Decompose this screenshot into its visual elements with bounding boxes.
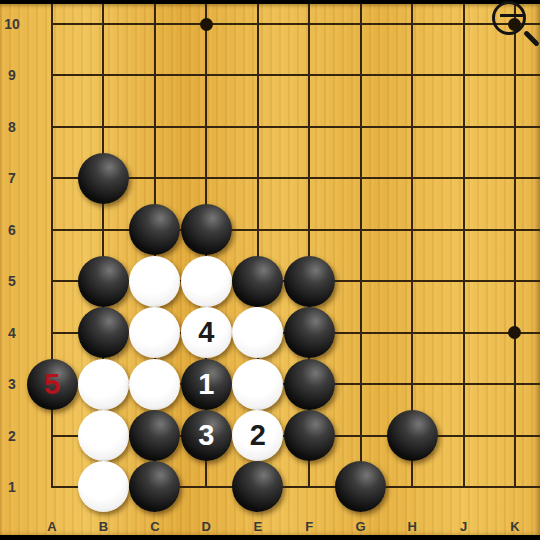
intersection-B6[interactable] bbox=[81, 208, 125, 252]
row-label-4: 4 bbox=[0, 324, 24, 342]
intersection-H8[interactable] bbox=[390, 105, 434, 149]
intersection-F6[interactable] bbox=[287, 208, 331, 252]
stone-B5[interactable] bbox=[78, 256, 129, 307]
intersection-F9[interactable] bbox=[287, 53, 331, 97]
col-label-A: A bbox=[37, 518, 67, 536]
intersection-H9[interactable] bbox=[390, 53, 434, 97]
intersection-F10[interactable] bbox=[287, 2, 331, 46]
intersection-B8[interactable] bbox=[81, 105, 125, 149]
intersection-A9[interactable] bbox=[30, 53, 74, 97]
intersection-G8[interactable] bbox=[339, 105, 383, 149]
row-label-5: 5 bbox=[0, 272, 24, 290]
intersection-K8[interactable] bbox=[493, 105, 537, 149]
intersection-F1[interactable] bbox=[287, 465, 331, 509]
intersection-G10[interactable] bbox=[339, 2, 383, 46]
row-label-7: 7 bbox=[0, 169, 24, 187]
intersection-H1[interactable] bbox=[390, 465, 434, 509]
row-label-6: 6 bbox=[0, 221, 24, 239]
intersection-J6[interactable] bbox=[442, 208, 486, 252]
intersection-A10[interactable] bbox=[30, 2, 74, 46]
col-label-J: J bbox=[449, 518, 479, 536]
intersection-H5[interactable] bbox=[390, 259, 434, 303]
intersection-H10[interactable] bbox=[390, 2, 434, 46]
intersection-E7[interactable] bbox=[236, 156, 280, 200]
stone-D4[interactable]: 4 bbox=[181, 307, 232, 358]
intersection-B10[interactable] bbox=[81, 2, 125, 46]
intersection-A4[interactable] bbox=[30, 311, 74, 355]
stone-B4[interactable] bbox=[78, 307, 129, 358]
stone-B7[interactable] bbox=[78, 153, 129, 204]
intersection-J7[interactable] bbox=[442, 156, 486, 200]
stone-A3[interactable]: 5 bbox=[27, 359, 78, 410]
intersection-J4[interactable] bbox=[442, 311, 486, 355]
row-label-8: 8 bbox=[0, 118, 24, 136]
intersection-J9[interactable] bbox=[442, 53, 486, 97]
intersection-D9[interactable] bbox=[184, 53, 228, 97]
intersection-K6[interactable] bbox=[493, 208, 537, 252]
stone-C5[interactable] bbox=[129, 256, 180, 307]
stone-H2[interactable] bbox=[387, 410, 438, 461]
intersection-A6[interactable] bbox=[30, 208, 74, 252]
stone-D6[interactable] bbox=[181, 204, 232, 255]
stone-E3[interactable] bbox=[232, 359, 283, 410]
intersection-E10[interactable] bbox=[236, 2, 280, 46]
intersection-K4[interactable] bbox=[493, 311, 537, 355]
row-label-9: 9 bbox=[0, 66, 24, 84]
row-label-10: 10 bbox=[0, 15, 24, 33]
intersection-A5[interactable] bbox=[30, 259, 74, 303]
col-label-K: K bbox=[500, 518, 530, 536]
intersection-K3[interactable] bbox=[493, 362, 537, 406]
stone-D2[interactable]: 3 bbox=[181, 410, 232, 461]
intersection-G2[interactable] bbox=[339, 414, 383, 458]
intersection-B9[interactable] bbox=[81, 53, 125, 97]
col-label-H: H bbox=[397, 518, 427, 536]
intersection-G6[interactable] bbox=[339, 208, 383, 252]
row-label-2: 2 bbox=[0, 427, 24, 445]
intersection-K1[interactable] bbox=[493, 465, 537, 509]
magnifier-minus-icon bbox=[500, 14, 523, 17]
stone-C3[interactable] bbox=[129, 359, 180, 410]
stone-F3[interactable] bbox=[284, 359, 335, 410]
intersection-H4[interactable] bbox=[390, 311, 434, 355]
intersection-C7[interactable] bbox=[133, 156, 177, 200]
stone-E2[interactable]: 2 bbox=[232, 410, 283, 461]
intersection-J8[interactable] bbox=[442, 105, 486, 149]
intersection-D1[interactable] bbox=[184, 465, 228, 509]
intersection-A7[interactable] bbox=[30, 156, 74, 200]
col-label-G: G bbox=[346, 518, 376, 536]
intersection-K7[interactable] bbox=[493, 156, 537, 200]
intersection-G3[interactable] bbox=[339, 362, 383, 406]
intersection-E6[interactable] bbox=[236, 208, 280, 252]
col-label-F: F bbox=[294, 518, 324, 536]
intersection-A1[interactable] bbox=[30, 465, 74, 509]
intersection-C9[interactable] bbox=[133, 53, 177, 97]
intersection-J5[interactable] bbox=[442, 259, 486, 303]
intersection-H7[interactable] bbox=[390, 156, 434, 200]
col-label-B: B bbox=[88, 518, 118, 536]
intersection-E9[interactable] bbox=[236, 53, 280, 97]
row-label-1: 1 bbox=[0, 478, 24, 496]
intersection-F8[interactable] bbox=[287, 105, 331, 149]
intersection-K9[interactable] bbox=[493, 53, 537, 97]
intersection-J10[interactable] bbox=[442, 2, 486, 46]
intersection-G4[interactable] bbox=[339, 311, 383, 355]
intersection-G5[interactable] bbox=[339, 259, 383, 303]
intersection-D7[interactable] bbox=[184, 156, 228, 200]
intersection-G9[interactable] bbox=[339, 53, 383, 97]
intersection-D10[interactable] bbox=[184, 2, 228, 46]
stone-F2[interactable] bbox=[284, 410, 335, 461]
intersection-H6[interactable] bbox=[390, 208, 434, 252]
intersection-K5[interactable] bbox=[493, 259, 537, 303]
stone-F5[interactable] bbox=[284, 256, 335, 307]
stone-D5[interactable] bbox=[181, 256, 232, 307]
intersection-J2[interactable] bbox=[442, 414, 486, 458]
stone-E5[interactable] bbox=[232, 256, 283, 307]
col-label-C: C bbox=[140, 518, 170, 536]
intersection-C10[interactable] bbox=[133, 2, 177, 46]
intersection-D8[interactable] bbox=[184, 105, 228, 149]
go-app-screen: 45132ABCDEFGHJK10987654321 bbox=[0, 0, 540, 540]
col-label-D: D bbox=[191, 518, 221, 536]
stone-B2[interactable] bbox=[78, 410, 129, 461]
stone-D3[interactable]: 1 bbox=[181, 359, 232, 410]
intersection-C8[interactable] bbox=[133, 105, 177, 149]
col-label-E: E bbox=[243, 518, 273, 536]
intersection-G7[interactable] bbox=[339, 156, 383, 200]
intersection-J3[interactable] bbox=[442, 362, 486, 406]
magnifier-lens-icon bbox=[492, 1, 526, 35]
intersection-A2[interactable] bbox=[30, 414, 74, 458]
intersection-F7[interactable] bbox=[287, 156, 331, 200]
stone-B3[interactable] bbox=[78, 359, 129, 410]
intersection-E8[interactable] bbox=[236, 105, 280, 149]
intersection-K2[interactable] bbox=[493, 414, 537, 458]
intersection-J1[interactable] bbox=[442, 465, 486, 509]
row-label-3: 3 bbox=[0, 375, 24, 393]
stone-F4[interactable] bbox=[284, 307, 335, 358]
intersection-A8[interactable] bbox=[30, 105, 74, 149]
intersection-H3[interactable] bbox=[390, 362, 434, 406]
